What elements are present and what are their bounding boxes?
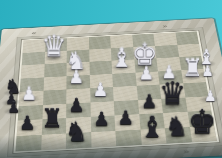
game-scene: ♛♞♝♚♝♟♟♟♟♜♞♟♟♟♟♟♟♟♛♟♜♟♟♞♝♞♚ «»«»	[0, 0, 222, 158]
frame-marks-layer	[2, 18, 214, 29]
black-knight[interactable]: ♞	[64, 131, 89, 148]
white-pawn-glyph: ♟	[193, 89, 222, 103]
frame-arrow-icon: »	[162, 24, 167, 29]
board-3d-tilt: ♛♞♝♚♝♟♟♟♟♜♞♟♟♟♟♟♟♟♛♟♜♟♟♞♝♞♚ «»«»	[0, 18, 222, 158]
frame-arrow-icon: »	[183, 148, 189, 155]
board-frame: ♛♞♝♚♝♟♟♟♟♜♞♟♟♟♟♟♟♟♛♟♜♟♟♞♝♞♚ «»«»	[0, 18, 222, 158]
pieces-layer: ♛♞♝♚♝♟♟♟♟♜♞♟♟♟♟♟♟♟♛♟♜♟♟♞♝♞♚	[14, 31, 215, 151]
frame-arrow-icon: «	[19, 157, 25, 158]
black-knight-glyph: ♞	[53, 119, 99, 146]
black-king-glyph: ♚	[179, 106, 222, 139]
chess-board-scene: ♛♞♝♚♝♟♟♟♟♜♞♟♟♟♟♟♟♟♛♟♜♟♟♞♝♞♚ «»«»	[0, 0, 222, 158]
black-king[interactable]: ♚	[187, 124, 214, 141]
